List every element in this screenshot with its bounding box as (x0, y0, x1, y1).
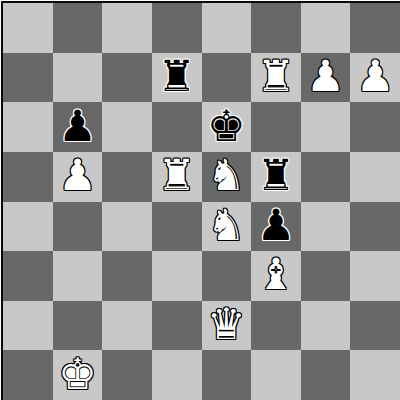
white-pawn-piece[interactable]: ♟ (58, 154, 97, 197)
square-b8[interactable] (53, 3, 103, 53)
square-e1[interactable] (202, 350, 252, 400)
square-c6[interactable] (102, 102, 152, 152)
square-f2[interactable] (251, 301, 301, 351)
square-a6[interactable] (3, 102, 53, 152)
square-h4[interactable] (350, 202, 400, 252)
square-e2[interactable]: ♛ (202, 301, 252, 351)
square-g4[interactable] (301, 202, 351, 252)
square-f5[interactable]: ♜ (251, 152, 301, 202)
white-pawn-piece[interactable]: ♟ (356, 55, 395, 98)
white-pawn-piece[interactable]: ♟ (306, 55, 345, 98)
black-pawn-piece[interactable]: ♟ (58, 105, 97, 148)
square-h7[interactable]: ♟ (350, 53, 400, 103)
square-d1[interactable] (152, 350, 202, 400)
square-d6[interactable] (152, 102, 202, 152)
square-c5[interactable] (102, 152, 152, 202)
square-a2[interactable] (3, 301, 53, 351)
black-rook-piece[interactable]: ♜ (157, 55, 196, 98)
black-king-piece[interactable]: ♚ (207, 105, 246, 148)
square-g8[interactable] (301, 3, 351, 53)
square-a7[interactable] (3, 53, 53, 103)
square-h6[interactable] (350, 102, 400, 152)
black-pawn-piece[interactable]: ♟ (257, 204, 296, 247)
square-c2[interactable] (102, 301, 152, 351)
square-g5[interactable] (301, 152, 351, 202)
white-king-piece[interactable]: ♚ (58, 353, 97, 396)
square-b7[interactable] (53, 53, 103, 103)
square-h8[interactable] (350, 3, 400, 53)
square-e3[interactable] (202, 251, 252, 301)
square-h3[interactable] (350, 251, 400, 301)
square-b4[interactable] (53, 202, 103, 252)
square-e5[interactable]: ♞ (202, 152, 252, 202)
white-rook-piece[interactable]: ♜ (257, 55, 296, 98)
square-c3[interactable] (102, 251, 152, 301)
square-g2[interactable] (301, 301, 351, 351)
square-e4[interactable]: ♞ (202, 202, 252, 252)
square-c8[interactable] (102, 3, 152, 53)
square-g1[interactable] (301, 350, 351, 400)
square-h1[interactable] (350, 350, 400, 400)
square-c7[interactable] (102, 53, 152, 103)
square-e6[interactable]: ♚ (202, 102, 252, 152)
white-bishop-piece[interactable]: ♝ (257, 253, 296, 296)
square-d7[interactable]: ♜ (152, 53, 202, 103)
square-g6[interactable] (301, 102, 351, 152)
square-a5[interactable] (3, 152, 53, 202)
square-b2[interactable] (53, 301, 103, 351)
board-frame: ♜♜♟♟♟♚♟♜♞♜♞♟♝♛♚ (0, 0, 400, 400)
square-d2[interactable] (152, 301, 202, 351)
square-a4[interactable] (3, 202, 53, 252)
square-d4[interactable] (152, 202, 202, 252)
square-h5[interactable] (350, 152, 400, 202)
square-g7[interactable]: ♟ (301, 53, 351, 103)
black-rook-piece[interactable]: ♜ (257, 154, 296, 197)
square-d8[interactable] (152, 3, 202, 53)
square-g3[interactable] (301, 251, 351, 301)
square-f7[interactable]: ♜ (251, 53, 301, 103)
square-f6[interactable] (251, 102, 301, 152)
square-a3[interactable] (3, 251, 53, 301)
square-h2[interactable] (350, 301, 400, 351)
square-c1[interactable] (102, 350, 152, 400)
chess-board: ♜♜♟♟♟♚♟♜♞♜♞♟♝♛♚ (1, 1, 400, 400)
square-f3[interactable]: ♝ (251, 251, 301, 301)
square-c4[interactable] (102, 202, 152, 252)
square-d3[interactable] (152, 251, 202, 301)
square-b3[interactable] (53, 251, 103, 301)
square-e8[interactable] (202, 3, 252, 53)
square-a8[interactable] (3, 3, 53, 53)
square-b1[interactable]: ♚ (53, 350, 103, 400)
square-a1[interactable] (3, 350, 53, 400)
white-queen-piece[interactable]: ♛ (207, 303, 246, 346)
white-rook-piece[interactable]: ♜ (157, 154, 196, 197)
white-knight-piece[interactable]: ♞ (207, 154, 246, 197)
square-e7[interactable] (202, 53, 252, 103)
square-d5[interactable]: ♜ (152, 152, 202, 202)
square-f4[interactable]: ♟ (251, 202, 301, 252)
square-f8[interactable] (251, 3, 301, 53)
square-f1[interactable] (251, 350, 301, 400)
square-b6[interactable]: ♟ (53, 102, 103, 152)
square-b5[interactable]: ♟ (53, 152, 103, 202)
white-knight-piece[interactable]: ♞ (207, 204, 246, 247)
